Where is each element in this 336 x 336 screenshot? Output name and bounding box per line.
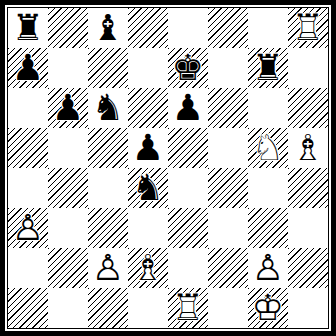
square-g5[interactable]: ♞♘ (248, 128, 288, 168)
piece-black-pawn: ♟♟ (168, 88, 208, 128)
white-king-icon: ♔ (248, 288, 288, 328)
black-knight-icon: ♞ (88, 88, 128, 128)
square-d4[interactable]: ♞♞ (128, 168, 168, 208)
piece-white-bishop: ♝♗ (288, 128, 328, 168)
white-rook-icon: ♖ (288, 8, 328, 48)
square-f4[interactable] (208, 168, 248, 208)
piece-black-pawn: ♟♟ (8, 48, 48, 88)
square-h4[interactable] (288, 168, 328, 208)
piece-white-rook: ♜♖ (168, 288, 208, 328)
square-e4[interactable] (168, 168, 208, 208)
black-king-icon: ♚ (168, 48, 208, 88)
black-rook-icon: ♜ (248, 48, 288, 88)
square-b7[interactable] (48, 48, 88, 88)
chess-diagram: ♜♜♝♝♜♖♟♟♚♚♜♜♟♟♞♞♟♟♟♟♞♘♝♗♞♞♟♙♟♙♝♗♟♙♜♖♚♔ (0, 0, 336, 336)
white-bishop-icon: ♗ (128, 248, 168, 288)
square-f6[interactable] (208, 88, 248, 128)
piece-black-pawn: ♟♟ (128, 128, 168, 168)
square-a6[interactable] (8, 88, 48, 128)
chess-board: ♜♜♝♝♜♖♟♟♚♚♜♜♟♟♞♞♟♟♟♟♞♘♝♗♞♞♟♙♟♙♝♗♟♙♜♖♚♔ (7, 7, 329, 329)
square-d2[interactable]: ♝♗ (128, 248, 168, 288)
black-pawn-icon: ♟ (8, 48, 48, 88)
square-e3[interactable] (168, 208, 208, 248)
piece-white-bishop: ♝♗ (128, 248, 168, 288)
square-e5[interactable] (168, 128, 208, 168)
square-c6[interactable]: ♞♞ (88, 88, 128, 128)
square-e6[interactable]: ♟♟ (168, 88, 208, 128)
piece-white-king: ♚♔ (248, 288, 288, 328)
square-b5[interactable] (48, 128, 88, 168)
square-f7[interactable] (208, 48, 248, 88)
piece-white-pawn: ♟♙ (248, 248, 288, 288)
square-f8[interactable] (208, 8, 248, 48)
black-pawn-icon: ♟ (128, 128, 168, 168)
piece-white-knight: ♞♘ (248, 128, 288, 168)
piece-white-pawn: ♟♙ (8, 208, 48, 248)
white-bishop-icon: ♗ (288, 128, 328, 168)
square-b1[interactable] (48, 288, 88, 328)
piece-white-rook: ♜♖ (288, 8, 328, 48)
piece-black-rook: ♜♜ (248, 48, 288, 88)
square-a3[interactable]: ♟♙ (8, 208, 48, 248)
piece-black-knight: ♞♞ (128, 168, 168, 208)
square-e7[interactable]: ♚♚ (168, 48, 208, 88)
square-h2[interactable] (288, 248, 328, 288)
square-f5[interactable] (208, 128, 248, 168)
black-rook-icon: ♜ (8, 8, 48, 48)
square-h8[interactable]: ♜♖ (288, 8, 328, 48)
square-b4[interactable] (48, 168, 88, 208)
square-c4[interactable] (88, 168, 128, 208)
black-pawn-icon: ♟ (48, 88, 88, 128)
square-g1[interactable]: ♚♔ (248, 288, 288, 328)
square-d7[interactable] (128, 48, 168, 88)
piece-black-knight: ♞♞ (88, 88, 128, 128)
piece-white-pawn: ♟♙ (88, 248, 128, 288)
square-c1[interactable] (88, 288, 128, 328)
square-g2[interactable]: ♟♙ (248, 248, 288, 288)
white-pawn-icon: ♙ (248, 248, 288, 288)
square-c8[interactable]: ♝♝ (88, 8, 128, 48)
square-g6[interactable] (248, 88, 288, 128)
square-f3[interactable] (208, 208, 248, 248)
square-c7[interactable] (88, 48, 128, 88)
square-h6[interactable] (288, 88, 328, 128)
piece-black-bishop: ♝♝ (88, 8, 128, 48)
square-g4[interactable] (248, 168, 288, 208)
square-c2[interactable]: ♟♙ (88, 248, 128, 288)
black-pawn-icon: ♟ (168, 88, 208, 128)
square-g3[interactable] (248, 208, 288, 248)
square-d8[interactable] (128, 8, 168, 48)
square-a8[interactable]: ♜♜ (8, 8, 48, 48)
square-b3[interactable] (48, 208, 88, 248)
square-c5[interactable] (88, 128, 128, 168)
square-h7[interactable] (288, 48, 328, 88)
square-b6[interactable]: ♟♟ (48, 88, 88, 128)
square-a1[interactable] (8, 288, 48, 328)
square-g7[interactable]: ♜♜ (248, 48, 288, 88)
piece-black-pawn: ♟♟ (48, 88, 88, 128)
square-a7[interactable]: ♟♟ (8, 48, 48, 88)
square-e8[interactable] (168, 8, 208, 48)
square-a5[interactable] (8, 128, 48, 168)
square-f1[interactable] (208, 288, 248, 328)
square-e2[interactable] (168, 248, 208, 288)
square-b2[interactable] (48, 248, 88, 288)
black-bishop-icon: ♝ (88, 8, 128, 48)
square-d6[interactable] (128, 88, 168, 128)
white-pawn-icon: ♙ (8, 208, 48, 248)
square-a4[interactable] (8, 168, 48, 208)
piece-black-rook: ♜♜ (8, 8, 48, 48)
square-h5[interactable]: ♝♗ (288, 128, 328, 168)
white-knight-icon: ♘ (248, 128, 288, 168)
square-f2[interactable] (208, 248, 248, 288)
square-a2[interactable] (8, 248, 48, 288)
square-h1[interactable] (288, 288, 328, 328)
piece-black-king: ♚♚ (168, 48, 208, 88)
white-rook-icon: ♖ (168, 288, 208, 328)
square-d1[interactable] (128, 288, 168, 328)
square-e1[interactable]: ♜♖ (168, 288, 208, 328)
square-d5[interactable]: ♟♟ (128, 128, 168, 168)
square-c3[interactable] (88, 208, 128, 248)
white-pawn-icon: ♙ (88, 248, 128, 288)
square-b8[interactable] (48, 8, 88, 48)
square-h3[interactable] (288, 208, 328, 248)
black-knight-icon: ♞ (128, 168, 168, 208)
square-d3[interactable] (128, 208, 168, 248)
square-g8[interactable] (248, 8, 288, 48)
